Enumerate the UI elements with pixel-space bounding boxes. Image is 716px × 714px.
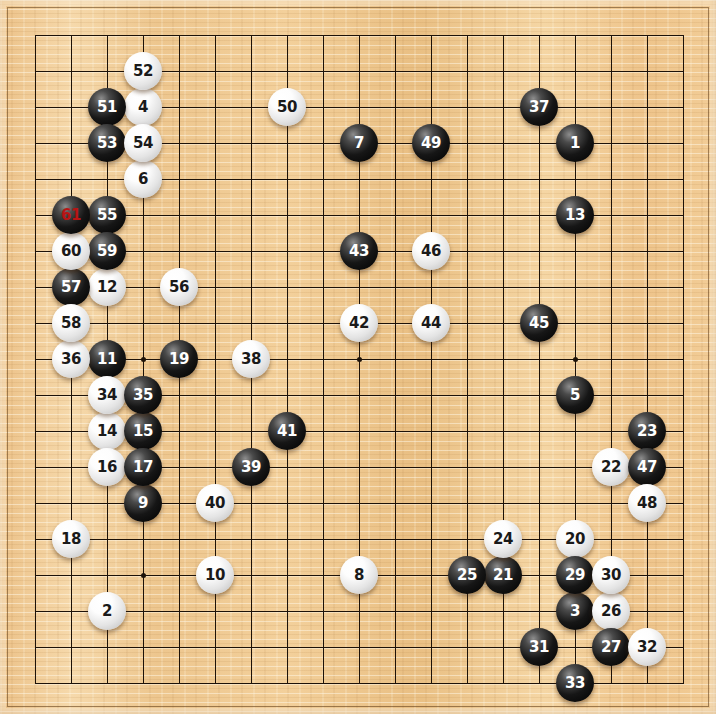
move-number: 27 <box>601 640 621 655</box>
stone-move-35: 35 <box>124 376 162 414</box>
move-number: 11 <box>97 352 117 367</box>
move-number: 53 <box>97 136 117 151</box>
stone-move-16: 16 <box>88 448 126 486</box>
move-number: 25 <box>457 568 477 583</box>
stone-move-53: 53 <box>88 124 126 162</box>
move-number: 17 <box>133 460 153 475</box>
move-number: 9 <box>138 496 148 511</box>
move-number: 34 <box>97 388 117 403</box>
grid-line-vertical <box>647 35 648 684</box>
stone-move-47: 47 <box>628 448 666 486</box>
move-number: 55 <box>97 208 117 223</box>
stone-move-5: 5 <box>556 376 594 414</box>
grid-line-horizontal <box>35 647 684 648</box>
stone-move-2: 2 <box>88 592 126 630</box>
move-number: 7 <box>354 136 364 151</box>
grid-line-vertical <box>395 35 396 684</box>
stone-move-37: 37 <box>520 88 558 126</box>
move-number: 59 <box>97 244 117 259</box>
move-number: 41 <box>277 424 297 439</box>
stone-move-9: 9 <box>124 484 162 522</box>
move-number: 43 <box>349 244 369 259</box>
stone-move-8: 8 <box>340 556 378 594</box>
stone-move-14: 14 <box>88 412 126 450</box>
move-number: 44 <box>421 316 441 331</box>
stone-move-55: 55 <box>88 196 126 234</box>
move-number: 29 <box>565 568 585 583</box>
stone-move-15: 15 <box>124 412 162 450</box>
move-number: 38 <box>241 352 261 367</box>
stone-move-4: 4 <box>124 88 162 126</box>
stone-move-58: 58 <box>52 304 90 342</box>
stone-move-32: 32 <box>628 628 666 666</box>
stone-move-3: 3 <box>556 592 594 630</box>
move-number: 14 <box>97 424 117 439</box>
stone-move-49: 49 <box>412 124 450 162</box>
move-number: 5 <box>570 388 580 403</box>
move-number: 46 <box>421 244 441 259</box>
stone-move-17: 17 <box>124 448 162 486</box>
stone-move-31: 31 <box>520 628 558 666</box>
stone-move-22: 22 <box>592 448 630 486</box>
move-number: 36 <box>61 352 81 367</box>
stone-move-40: 40 <box>196 484 234 522</box>
stone-move-12: 12 <box>88 268 126 306</box>
stone-move-11: 11 <box>88 340 126 378</box>
stone-move-23: 23 <box>628 412 666 450</box>
move-number: 23 <box>637 424 657 439</box>
stone-move-52: 52 <box>124 52 162 90</box>
move-number: 54 <box>133 136 153 151</box>
move-number: 42 <box>349 316 369 331</box>
move-number: 20 <box>565 532 585 547</box>
move-number: 49 <box>421 136 441 151</box>
stone-move-42: 42 <box>340 304 378 342</box>
stone-move-20: 20 <box>556 520 594 558</box>
stone-move-51: 51 <box>88 88 126 126</box>
stone-move-36: 36 <box>52 340 90 378</box>
move-number: 47 <box>637 460 657 475</box>
move-number: 32 <box>637 640 657 655</box>
move-number: 31 <box>529 640 549 655</box>
stone-move-39: 39 <box>232 448 270 486</box>
stone-move-19: 19 <box>160 340 198 378</box>
move-number: 21 <box>493 568 513 583</box>
stone-move-59: 59 <box>88 232 126 270</box>
move-number: 1 <box>570 136 580 151</box>
stone-move-34: 34 <box>88 376 126 414</box>
stone-move-21: 21 <box>484 556 522 594</box>
stone-move-44: 44 <box>412 304 450 342</box>
move-number: 33 <box>565 676 585 691</box>
move-number: 50 <box>277 100 297 115</box>
stone-move-56: 56 <box>160 268 198 306</box>
move-number: 19 <box>169 352 189 367</box>
grid-line-vertical <box>539 35 540 684</box>
stone-move-27: 27 <box>592 628 630 666</box>
stone-move-7: 7 <box>340 124 378 162</box>
go-board[interactable]: 1234567891011121314151617181920212223242… <box>0 0 716 714</box>
stone-move-25: 25 <box>448 556 486 594</box>
stone-move-61: 61 <box>52 196 90 234</box>
move-number: 35 <box>133 388 153 403</box>
star-point <box>141 357 146 362</box>
go-board-diagram: 1234567891011121314151617181920212223242… <box>0 0 716 714</box>
move-number: 52 <box>133 64 153 79</box>
move-number: 13 <box>565 208 585 223</box>
stone-move-57: 57 <box>52 268 90 306</box>
stone-move-18: 18 <box>52 520 90 558</box>
star-point <box>357 357 362 362</box>
stone-move-30: 30 <box>592 556 630 594</box>
stone-move-38: 38 <box>232 340 270 378</box>
move-number: 24 <box>493 532 513 547</box>
move-number: 37 <box>529 100 549 115</box>
move-number: 60 <box>61 244 81 259</box>
move-number: 30 <box>601 568 621 583</box>
stone-move-54: 54 <box>124 124 162 162</box>
move-number: 22 <box>601 460 621 475</box>
stone-move-46: 46 <box>412 232 450 270</box>
move-number: 48 <box>637 496 657 511</box>
move-number: 26 <box>601 604 621 619</box>
grid-line-vertical <box>683 35 684 684</box>
stone-move-43: 43 <box>340 232 378 270</box>
stone-move-1: 1 <box>556 124 594 162</box>
move-number: 15 <box>133 424 153 439</box>
stone-move-50: 50 <box>268 88 306 126</box>
move-number: 18 <box>61 532 81 547</box>
move-number: 3 <box>570 604 580 619</box>
star-point <box>141 573 146 578</box>
stone-move-41: 41 <box>268 412 306 450</box>
move-number: 16 <box>97 460 117 475</box>
move-number: 56 <box>169 280 189 295</box>
stone-move-10: 10 <box>196 556 234 594</box>
move-number: 8 <box>354 568 364 583</box>
move-number: 58 <box>61 316 81 331</box>
move-number: 10 <box>205 568 225 583</box>
move-number: 6 <box>138 172 148 187</box>
move-number: 4 <box>138 100 148 115</box>
stone-move-60: 60 <box>52 232 90 270</box>
stone-move-48: 48 <box>628 484 666 522</box>
stone-move-24: 24 <box>484 520 522 558</box>
move-number: 51 <box>97 100 117 115</box>
move-number: 12 <box>97 280 117 295</box>
stone-move-29: 29 <box>556 556 594 594</box>
move-number: 61 <box>61 208 81 223</box>
stone-move-33: 33 <box>556 664 594 702</box>
stone-move-26: 26 <box>592 592 630 630</box>
star-point <box>573 357 578 362</box>
move-number: 39 <box>241 460 261 475</box>
stone-move-45: 45 <box>520 304 558 342</box>
move-number: 45 <box>529 316 549 331</box>
move-number: 2 <box>102 604 112 619</box>
stone-move-6: 6 <box>124 160 162 198</box>
move-number: 57 <box>61 280 81 295</box>
move-number: 40 <box>205 496 225 511</box>
stone-move-13: 13 <box>556 196 594 234</box>
